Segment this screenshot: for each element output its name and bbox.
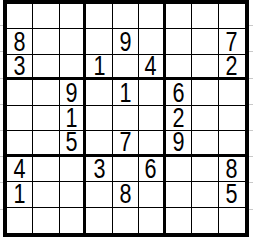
given-digit: 4 bbox=[14, 157, 26, 182]
given-digit: 6 bbox=[145, 157, 157, 182]
cell-r7c3[interactable] bbox=[60, 157, 86, 182]
cell-r1c2[interactable] bbox=[33, 4, 59, 29]
cell-r7c8[interactable] bbox=[192, 157, 218, 182]
cell-r9c8[interactable] bbox=[192, 208, 218, 233]
cell-r3c9[interactable]: 2 bbox=[219, 55, 245, 80]
cell-r2c8[interactable] bbox=[192, 29, 218, 54]
given-digit: 8 bbox=[14, 29, 26, 54]
cell-r3c8[interactable] bbox=[192, 55, 218, 80]
given-digit: 1 bbox=[119, 80, 131, 105]
cell-r4c2[interactable] bbox=[33, 80, 59, 105]
cell-r7c1[interactable]: 4 bbox=[7, 157, 33, 182]
cell-r1c4[interactable] bbox=[86, 4, 112, 29]
cell-r9c7[interactable] bbox=[166, 208, 192, 233]
cell-r3c7[interactable] bbox=[166, 55, 192, 80]
given-digit: 5 bbox=[226, 182, 238, 207]
cell-r6c2[interactable] bbox=[33, 131, 59, 156]
cell-r4c9[interactable] bbox=[219, 80, 245, 105]
sudoku-board: 8973142916125794368185 bbox=[3, 0, 249, 237]
given-digit: 4 bbox=[145, 55, 157, 80]
given-digit: 7 bbox=[119, 131, 131, 156]
cell-r9c9[interactable] bbox=[219, 208, 245, 233]
cell-r1c7[interactable] bbox=[166, 4, 192, 29]
given-digit: 9 bbox=[172, 131, 184, 156]
given-digit: 8 bbox=[119, 182, 131, 207]
cell-r5c5[interactable] bbox=[113, 106, 139, 131]
cell-r2c9[interactable]: 7 bbox=[219, 29, 245, 54]
given-digit: 2 bbox=[172, 106, 184, 131]
cell-r7c7[interactable] bbox=[166, 157, 192, 182]
cell-r7c6[interactable]: 6 bbox=[139, 157, 165, 182]
cell-r7c5[interactable] bbox=[113, 157, 139, 182]
cell-r8c7[interactable] bbox=[166, 182, 192, 207]
cell-r4c7[interactable]: 6 bbox=[166, 80, 192, 105]
cell-r9c5[interactable] bbox=[113, 208, 139, 233]
cell-r7c4[interactable]: 3 bbox=[86, 157, 112, 182]
cell-r6c8[interactable] bbox=[192, 131, 218, 156]
cell-r2c2[interactable] bbox=[33, 29, 59, 54]
cell-r9c1[interactable] bbox=[7, 208, 33, 233]
cell-r1c9[interactable] bbox=[219, 4, 245, 29]
cell-r1c3[interactable] bbox=[60, 4, 86, 29]
cell-r2c5[interactable]: 9 bbox=[113, 29, 139, 54]
given-digit: 2 bbox=[226, 55, 238, 80]
given-digit: 3 bbox=[93, 157, 105, 182]
cell-r4c6[interactable] bbox=[139, 80, 165, 105]
cell-r8c2[interactable] bbox=[33, 182, 59, 207]
cell-r5c9[interactable] bbox=[219, 106, 245, 131]
cell-r8c1[interactable]: 1 bbox=[7, 182, 33, 207]
cell-r2c3[interactable] bbox=[60, 29, 86, 54]
cell-r2c4[interactable] bbox=[86, 29, 112, 54]
given-digit: 5 bbox=[66, 131, 78, 156]
cell-r5c7[interactable]: 2 bbox=[166, 106, 192, 131]
cell-r9c4[interactable] bbox=[86, 208, 112, 233]
cell-r3c4[interactable]: 1 bbox=[86, 55, 112, 80]
cell-r5c3[interactable]: 1 bbox=[60, 106, 86, 131]
given-digit: 6 bbox=[172, 80, 184, 105]
cell-r9c6[interactable] bbox=[139, 208, 165, 233]
page: { "game": "sudoku", "grid_size": "9x9", … bbox=[0, 0, 253, 238]
cell-r8c8[interactable] bbox=[192, 182, 218, 207]
cell-r6c6[interactable] bbox=[139, 131, 165, 156]
given-digit: 1 bbox=[14, 182, 26, 207]
given-digit: 7 bbox=[226, 29, 238, 54]
cell-r8c3[interactable] bbox=[60, 182, 86, 207]
cell-r1c8[interactable] bbox=[192, 4, 218, 29]
cell-r4c4[interactable] bbox=[86, 80, 112, 105]
cell-r4c8[interactable] bbox=[192, 80, 218, 105]
cell-r8c5[interactable]: 8 bbox=[113, 182, 139, 207]
cell-r5c8[interactable] bbox=[192, 106, 218, 131]
cell-r9c2[interactable] bbox=[33, 208, 59, 233]
given-digit: 9 bbox=[119, 29, 131, 54]
cell-r5c1[interactable] bbox=[7, 106, 33, 131]
cell-r3c5[interactable] bbox=[113, 55, 139, 80]
cell-r6c9[interactable] bbox=[219, 131, 245, 156]
given-digit: 3 bbox=[14, 55, 26, 80]
cell-r5c4[interactable] bbox=[86, 106, 112, 131]
cell-r2c6[interactable] bbox=[139, 29, 165, 54]
cell-r6c4[interactable] bbox=[86, 131, 112, 156]
cell-r8c6[interactable] bbox=[139, 182, 165, 207]
cell-r4c5[interactable]: 1 bbox=[113, 80, 139, 105]
given-digit: 1 bbox=[66, 106, 78, 131]
cell-r9c3[interactable] bbox=[60, 208, 86, 233]
cell-r3c2[interactable] bbox=[33, 55, 59, 80]
cell-r3c3[interactable] bbox=[60, 55, 86, 80]
cell-r6c7[interactable]: 9 bbox=[166, 131, 192, 156]
cell-r7c2[interactable] bbox=[33, 157, 59, 182]
cell-r5c2[interactable] bbox=[33, 106, 59, 131]
cell-r6c3[interactable]: 5 bbox=[60, 131, 86, 156]
cell-r5c6[interactable] bbox=[139, 106, 165, 131]
given-digit: 9 bbox=[66, 80, 78, 105]
cell-r3c6[interactable]: 4 bbox=[139, 55, 165, 80]
cell-r1c6[interactable] bbox=[139, 4, 165, 29]
cell-r6c1[interactable] bbox=[7, 131, 33, 156]
cell-r2c1[interactable]: 8 bbox=[7, 29, 33, 54]
cell-r8c9[interactable]: 5 bbox=[219, 182, 245, 207]
cell-r1c5[interactable] bbox=[113, 4, 139, 29]
cell-r1c1[interactable] bbox=[7, 4, 33, 29]
cell-r2c7[interactable] bbox=[166, 29, 192, 54]
cell-r4c3[interactable]: 9 bbox=[60, 80, 86, 105]
cell-r3c1[interactable]: 3 bbox=[7, 55, 33, 80]
cell-r4c1[interactable] bbox=[7, 80, 33, 105]
given-digit: 8 bbox=[226, 157, 238, 182]
cell-r8c4[interactable] bbox=[86, 182, 112, 207]
given-digit: 1 bbox=[93, 55, 105, 80]
cell-r7c9[interactable]: 8 bbox=[219, 157, 245, 182]
cell-r6c5[interactable]: 7 bbox=[113, 131, 139, 156]
